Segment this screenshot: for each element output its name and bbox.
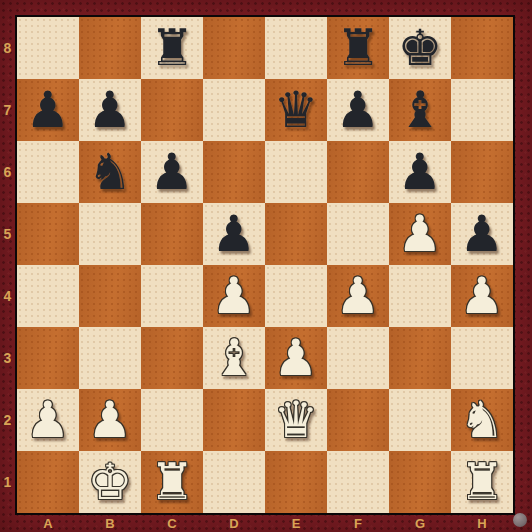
square-e3[interactable]: ♟ xyxy=(265,327,327,389)
square-g8[interactable]: ♚ xyxy=(389,17,451,79)
square-c7[interactable] xyxy=(141,79,203,141)
piece-black-king[interactable]: ♚ xyxy=(398,17,443,79)
file-label-h: H xyxy=(451,514,513,532)
square-c4[interactable] xyxy=(141,265,203,327)
square-d3[interactable]: ♝ xyxy=(203,327,265,389)
square-d1[interactable] xyxy=(203,451,265,513)
square-d2[interactable] xyxy=(203,389,265,451)
square-h3[interactable] xyxy=(451,327,513,389)
square-c3[interactable] xyxy=(141,327,203,389)
watermark-dot-icon xyxy=(513,513,527,527)
piece-white-pawn[interactable]: ♟ xyxy=(274,327,319,389)
square-c5[interactable] xyxy=(141,203,203,265)
square-b6[interactable]: ♞ xyxy=(79,141,141,203)
square-a3[interactable] xyxy=(17,327,79,389)
square-h8[interactable] xyxy=(451,17,513,79)
piece-white-bishop[interactable]: ♝ xyxy=(212,327,257,389)
rank-label-5: 5 xyxy=(0,203,15,265)
rank-label-7: 7 xyxy=(0,79,15,141)
piece-white-rook[interactable]: ♜ xyxy=(460,451,505,513)
square-a4[interactable] xyxy=(17,265,79,327)
square-b8[interactable] xyxy=(79,17,141,79)
square-f7[interactable]: ♟ xyxy=(327,79,389,141)
piece-white-pawn[interactable]: ♟ xyxy=(398,203,443,265)
square-e2[interactable]: ♛ xyxy=(265,389,327,451)
piece-white-queen[interactable]: ♛ xyxy=(274,389,319,451)
file-label-c: C xyxy=(141,514,203,532)
square-d6[interactable] xyxy=(203,141,265,203)
square-c1[interactable]: ♜ xyxy=(141,451,203,513)
square-a7[interactable]: ♟ xyxy=(17,79,79,141)
piece-white-rook[interactable]: ♜ xyxy=(150,451,195,513)
square-a1[interactable] xyxy=(17,451,79,513)
piece-black-pawn[interactable]: ♟ xyxy=(88,79,133,141)
square-d8[interactable] xyxy=(203,17,265,79)
piece-white-king[interactable]: ♚ xyxy=(88,451,133,513)
file-label-a: A xyxy=(17,514,79,532)
piece-black-knight[interactable]: ♞ xyxy=(88,141,133,203)
square-c8[interactable]: ♜ xyxy=(141,17,203,79)
square-g2[interactable] xyxy=(389,389,451,451)
square-g3[interactable] xyxy=(389,327,451,389)
square-g1[interactable] xyxy=(389,451,451,513)
square-h4[interactable]: ♟ xyxy=(451,265,513,327)
square-d4[interactable]: ♟ xyxy=(203,265,265,327)
square-h5[interactable]: ♟ xyxy=(451,203,513,265)
board-frame: ♜♜♚♟♟♛♟♝♞♟♟♟♟♟♟♟♟♝♟♟♟♛♞♚♜♜ 87654321 ABCD… xyxy=(0,0,532,532)
piece-black-rook[interactable]: ♜ xyxy=(150,17,195,79)
square-a8[interactable] xyxy=(17,17,79,79)
rank-label-3: 3 xyxy=(0,327,15,389)
square-b5[interactable] xyxy=(79,203,141,265)
square-g5[interactable]: ♟ xyxy=(389,203,451,265)
square-b1[interactable]: ♚ xyxy=(79,451,141,513)
square-d5[interactable]: ♟ xyxy=(203,203,265,265)
square-f6[interactable] xyxy=(327,141,389,203)
square-e4[interactable] xyxy=(265,265,327,327)
square-e7[interactable]: ♛ xyxy=(265,79,327,141)
square-g6[interactable]: ♟ xyxy=(389,141,451,203)
piece-black-queen[interactable]: ♛ xyxy=(274,79,319,141)
piece-black-pawn[interactable]: ♟ xyxy=(336,79,381,141)
square-f3[interactable] xyxy=(327,327,389,389)
piece-white-pawn[interactable]: ♟ xyxy=(26,389,71,451)
square-e6[interactable] xyxy=(265,141,327,203)
square-d7[interactable] xyxy=(203,79,265,141)
square-g4[interactable] xyxy=(389,265,451,327)
piece-black-pawn[interactable]: ♟ xyxy=(212,203,257,265)
piece-black-pawn[interactable]: ♟ xyxy=(460,203,505,265)
piece-black-pawn[interactable]: ♟ xyxy=(26,79,71,141)
square-b3[interactable] xyxy=(79,327,141,389)
square-c2[interactable] xyxy=(141,389,203,451)
rank-label-1: 1 xyxy=(0,451,15,513)
rank-label-4: 4 xyxy=(0,265,15,327)
piece-white-pawn[interactable]: ♟ xyxy=(336,265,381,327)
square-h2[interactable]: ♞ xyxy=(451,389,513,451)
square-e8[interactable] xyxy=(265,17,327,79)
square-c6[interactable]: ♟ xyxy=(141,141,203,203)
piece-black-pawn[interactable]: ♟ xyxy=(398,141,443,203)
square-e1[interactable] xyxy=(265,451,327,513)
square-a2[interactable]: ♟ xyxy=(17,389,79,451)
square-h7[interactable] xyxy=(451,79,513,141)
rank-label-6: 6 xyxy=(0,141,15,203)
square-e5[interactable] xyxy=(265,203,327,265)
square-g7[interactable]: ♝ xyxy=(389,79,451,141)
piece-white-pawn[interactable]: ♟ xyxy=(460,265,505,327)
piece-white-pawn[interactable]: ♟ xyxy=(88,389,133,451)
piece-black-pawn[interactable]: ♟ xyxy=(150,141,195,203)
square-h6[interactable] xyxy=(451,141,513,203)
file-label-g: G xyxy=(389,514,451,532)
piece-black-bishop[interactable]: ♝ xyxy=(398,79,443,141)
rank-label-2: 2 xyxy=(0,389,15,451)
square-f4[interactable]: ♟ xyxy=(327,265,389,327)
piece-black-rook[interactable]: ♜ xyxy=(336,17,381,79)
file-label-d: D xyxy=(203,514,265,532)
square-h1[interactable]: ♜ xyxy=(451,451,513,513)
piece-white-pawn[interactable]: ♟ xyxy=(212,265,257,327)
file-label-f: F xyxy=(327,514,389,532)
chess-board: ♜♜♚♟♟♛♟♝♞♟♟♟♟♟♟♟♟♝♟♟♟♛♞♚♜♜ xyxy=(15,15,515,515)
square-b2[interactable]: ♟ xyxy=(79,389,141,451)
piece-white-knight[interactable]: ♞ xyxy=(460,389,505,451)
square-a6[interactable] xyxy=(17,141,79,203)
file-label-e: E xyxy=(265,514,327,532)
square-b4[interactable] xyxy=(79,265,141,327)
square-f2[interactable] xyxy=(327,389,389,451)
square-b7[interactable]: ♟ xyxy=(79,79,141,141)
square-f8[interactable]: ♜ xyxy=(327,17,389,79)
square-a5[interactable] xyxy=(17,203,79,265)
square-f5[interactable] xyxy=(327,203,389,265)
file-label-b: B xyxy=(79,514,141,532)
square-f1[interactable] xyxy=(327,451,389,513)
rank-label-8: 8 xyxy=(0,17,15,79)
